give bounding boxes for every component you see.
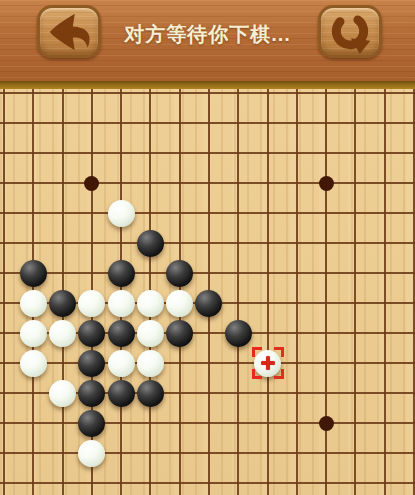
black-stone <box>166 320 193 347</box>
white-stone <box>49 320 76 347</box>
white-stone <box>20 320 47 347</box>
white-stone <box>137 350 164 377</box>
white-stone <box>137 320 164 347</box>
grid-line-vertical <box>267 89 269 495</box>
gomoku-board[interactable]: 九游 <box>0 89 415 495</box>
white-stone <box>78 290 105 317</box>
black-stone <box>78 380 105 407</box>
white-stone <box>254 350 281 377</box>
white-stone <box>20 290 47 317</box>
black-stone <box>137 230 164 257</box>
grid-line-vertical <box>296 89 298 495</box>
grid-line-vertical <box>354 89 356 495</box>
black-stone <box>108 380 135 407</box>
white-stone <box>108 290 135 317</box>
grid-line-horizontal <box>0 422 415 424</box>
white-stone <box>166 290 193 317</box>
star-point <box>84 176 99 191</box>
black-stone <box>49 290 76 317</box>
grid-line-horizontal <box>0 182 415 184</box>
grid-line-vertical <box>3 89 5 495</box>
restart-icon <box>326 9 374 55</box>
grid-line-vertical <box>237 89 239 495</box>
white-stone <box>49 380 76 407</box>
black-stone <box>166 260 193 287</box>
board-top-trim <box>0 81 415 89</box>
black-stone <box>78 320 105 347</box>
black-stone <box>78 410 105 437</box>
grid-line-vertical <box>325 89 327 495</box>
grid-line-horizontal <box>0 272 415 274</box>
white-stone <box>78 440 105 467</box>
black-stone <box>225 320 252 347</box>
grid-line-horizontal <box>0 212 415 214</box>
grid-line-horizontal <box>0 362 415 364</box>
grid-line-horizontal <box>0 242 415 244</box>
black-stone <box>137 380 164 407</box>
grid-line-horizontal <box>0 452 415 454</box>
white-stone <box>108 350 135 377</box>
black-stone <box>20 260 47 287</box>
grid-line-horizontal <box>0 122 415 124</box>
black-stone <box>78 350 105 377</box>
grid-line-horizontal <box>0 92 415 94</box>
black-stone <box>195 290 222 317</box>
black-stone <box>108 260 135 287</box>
black-stone <box>108 320 135 347</box>
white-stone <box>20 350 47 377</box>
star-point <box>319 176 334 191</box>
white-stone <box>108 200 135 227</box>
grid-line-horizontal <box>0 152 415 154</box>
star-point <box>319 416 334 431</box>
grid-line-vertical <box>384 89 386 495</box>
grid-line-horizontal <box>0 482 415 484</box>
white-stone <box>137 290 164 317</box>
restart-button[interactable] <box>318 5 382 58</box>
